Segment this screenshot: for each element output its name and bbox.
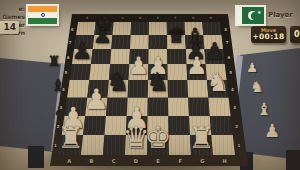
move-clock-badge: Move +00:18 <box>251 26 286 43</box>
india-flag-green-stripe <box>28 18 57 24</box>
piece-white-pawn-b3[interactable]: ♟ <box>84 86 109 114</box>
left-info-line1: e: Games <box>1 5 25 21</box>
piece-white-king-e1[interactable]: ♚ <box>144 123 171 153</box>
piece-black-queen-f7[interactable]: ♛ <box>167 26 186 47</box>
star-icon: ★ <box>257 10 261 15</box>
piece-white-rook-g1[interactable]: ♜ <box>188 123 215 153</box>
right-player-label: Player <box>268 11 293 19</box>
piece-white-knight-h4[interactable]: ♞ <box>206 70 229 96</box>
chess-app-screen: AABBCCDDEEFFGGHH1122334455667788 ♜♛♚♜♟♟♟… <box>0 0 300 170</box>
pakistan-flag-white-stripe <box>237 7 242 24</box>
piece-black-knight-e4[interactable]: ♞ <box>146 70 169 96</box>
piece-black-pawn-b7[interactable]: ♟ <box>93 26 112 47</box>
total-clock-badge: 01 <box>290 26 300 43</box>
piece-white-rook-a1[interactable]: ♜ <box>57 123 84 153</box>
india-flag-white-stripe <box>28 12 57 18</box>
move-clock-time: +00:18 <box>251 33 286 41</box>
pakistan-flag: ★ <box>237 7 264 24</box>
india-flag <box>28 6 57 24</box>
piece-black-knight-c4[interactable]: ♞ <box>106 70 129 96</box>
piece-white-pawn-g5[interactable]: ♟ <box>186 54 208 78</box>
piece-black-pawn-a6[interactable]: ♟ <box>72 39 93 62</box>
ashoka-chakra-icon <box>41 13 45 17</box>
left-clock-badge: 14 <box>0 21 19 34</box>
